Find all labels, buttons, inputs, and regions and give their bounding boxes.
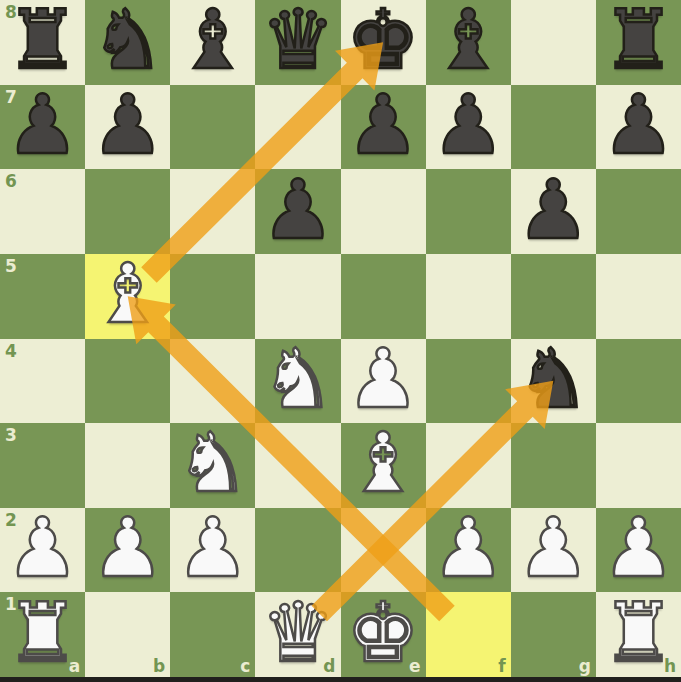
black-knight[interactable]: ♞ [517,338,591,420]
square-h8[interactable]: ♜ [596,0,681,85]
square-a7[interactable]: ♟7 [0,85,85,170]
square-h2[interactable]: ♟ [596,508,681,593]
square-d4[interactable]: ♞ [255,339,340,424]
black-pawn[interactable]: ♟ [602,84,676,166]
square-c8[interactable]: ♝ [170,0,255,85]
square-g1[interactable]: g [511,592,596,677]
black-pawn[interactable]: ♟ [346,84,420,166]
white-pawn[interactable]: ♟ [176,507,250,589]
square-g7[interactable] [511,85,596,170]
rank-label-5: 5 [5,256,17,276]
square-b8[interactable]: ♞ [85,0,170,85]
square-d8[interactable]: ♛ [255,0,340,85]
white-bishop[interactable]: ♝ [91,253,165,335]
rank-label-4: 4 [5,341,17,361]
white-rook[interactable]: ♜ [602,592,676,674]
black-rook[interactable]: ♜ [6,0,80,81]
white-pawn[interactable]: ♟ [6,507,80,589]
square-a1[interactable]: ♜1a [0,592,85,677]
square-a3[interactable]: 3 [0,423,85,508]
square-b3[interactable] [85,423,170,508]
white-pawn[interactable]: ♟ [431,507,505,589]
square-c4[interactable] [170,339,255,424]
black-pawn[interactable]: ♟ [431,84,505,166]
white-pawn[interactable]: ♟ [517,507,591,589]
square-d1[interactable]: ♛d [255,592,340,677]
square-f4[interactable] [426,339,511,424]
square-b4[interactable] [85,339,170,424]
square-a2[interactable]: ♟2 [0,508,85,593]
square-h1[interactable]: ♜h [596,592,681,677]
white-knight[interactable]: ♞ [176,422,250,504]
square-c6[interactable] [170,169,255,254]
square-b5[interactable]: ♝ [85,254,170,339]
square-f5[interactable] [426,254,511,339]
square-c3[interactable]: ♞ [170,423,255,508]
black-pawn[interactable]: ♟ [261,169,335,251]
white-rook[interactable]: ♜ [6,592,80,674]
white-pawn[interactable]: ♟ [346,338,420,420]
square-e6[interactable] [341,169,426,254]
square-b6[interactable] [85,169,170,254]
file-label-g: g [579,656,591,676]
black-queen[interactable]: ♛ [261,0,335,81]
square-e3[interactable]: ♝ [341,423,426,508]
square-h3[interactable] [596,423,681,508]
square-h6[interactable] [596,169,681,254]
square-d3[interactable] [255,423,340,508]
square-g5[interactable] [511,254,596,339]
square-e4[interactable]: ♟ [341,339,426,424]
black-king[interactable]: ♚ [346,0,420,81]
square-b2[interactable]: ♟ [85,508,170,593]
white-pawn[interactable]: ♟ [602,507,676,589]
square-g3[interactable] [511,423,596,508]
square-c2[interactable]: ♟ [170,508,255,593]
black-pawn[interactable]: ♟ [517,169,591,251]
board-bottom-edge [0,677,681,682]
black-bishop[interactable]: ♝ [431,0,505,81]
square-f8[interactable]: ♝ [426,0,511,85]
square-a5[interactable]: 5 [0,254,85,339]
square-a8[interactable]: ♜8 [0,0,85,85]
file-label-c: c [240,656,250,676]
white-bishop[interactable]: ♝ [346,422,420,504]
square-f6[interactable] [426,169,511,254]
chess-board[interactable]: ♜8♞♝♛♚♝♜♟7♟♟♟♟6♟♟5♝4♞♟♞3♞♝♟2♟♟♟♟♟♜1abc♛d… [0,0,681,677]
square-h4[interactable] [596,339,681,424]
white-queen[interactable]: ♛ [261,592,335,674]
square-a4[interactable]: 4 [0,339,85,424]
square-g4[interactable]: ♞ [511,339,596,424]
black-pawn[interactable]: ♟ [91,84,165,166]
black-knight[interactable]: ♞ [91,0,165,81]
black-bishop[interactable]: ♝ [176,0,250,81]
square-h7[interactable]: ♟ [596,85,681,170]
square-e1[interactable]: ♚e [341,592,426,677]
square-b7[interactable]: ♟ [85,85,170,170]
square-f7[interactable]: ♟ [426,85,511,170]
rank-label-6: 6 [5,171,17,191]
square-f1[interactable]: f [426,592,511,677]
square-e8[interactable]: ♚ [341,0,426,85]
square-f3[interactable] [426,423,511,508]
white-pawn[interactable]: ♟ [91,507,165,589]
rank-label-3: 3 [5,425,17,445]
black-rook[interactable]: ♜ [602,0,676,81]
square-d6[interactable]: ♟ [255,169,340,254]
square-c5[interactable] [170,254,255,339]
black-pawn[interactable]: ♟ [6,84,80,166]
square-d5[interactable] [255,254,340,339]
chess-app: ♜8♞♝♛♚♝♜♟7♟♟♟♟6♟♟5♝4♞♟♞3♞♝♟2♟♟♟♟♟♜1abc♛d… [0,0,681,682]
square-g2[interactable]: ♟ [511,508,596,593]
white-knight[interactable]: ♞ [261,338,335,420]
white-king[interactable]: ♚ [346,592,420,674]
square-c1[interactable]: c [170,592,255,677]
square-d2[interactable] [255,508,340,593]
square-d7[interactable] [255,85,340,170]
square-h5[interactable] [596,254,681,339]
square-c7[interactable] [170,85,255,170]
file-label-b: b [153,656,165,676]
square-f2[interactable]: ♟ [426,508,511,593]
square-g6[interactable]: ♟ [511,169,596,254]
square-e7[interactable]: ♟ [341,85,426,170]
square-e5[interactable] [341,254,426,339]
square-a6[interactable]: 6 [0,169,85,254]
file-label-f: f [498,656,505,676]
square-e2[interactable] [341,508,426,593]
square-b1[interactable]: b [85,592,170,677]
square-g8[interactable] [511,0,596,85]
